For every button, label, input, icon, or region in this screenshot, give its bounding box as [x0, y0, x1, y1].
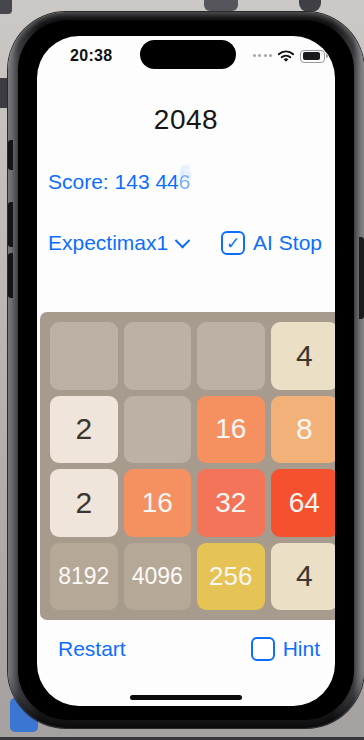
ai-stop-control[interactable]: ✓ AI Stop [221, 231, 322, 255]
board-cell-r3c2: 256 [197, 543, 265, 611]
board-cell-r0c1 [124, 322, 192, 390]
background-artifact [299, 0, 321, 12]
score-text: Score: 143 4466 [48, 170, 190, 194]
board-cell-r2c2: 32 [197, 469, 265, 537]
hint-label[interactable]: Hint [283, 637, 320, 661]
page-title: 2048 [37, 104, 335, 136]
ai-algorithm-select[interactable]: Expectimax1 [48, 231, 188, 255]
volume-down-button [8, 253, 13, 298]
board-cell-r2c0: 2 [50, 469, 118, 537]
status-bar-time: 20:38 [70, 47, 112, 65]
iphone-bezel: 20:38 2048 Score: 143 4466 Expectimax1 [18, 20, 354, 720]
score-prefix: Score: 143 44 [48, 170, 179, 193]
battery-icon [300, 50, 325, 63]
hint-control[interactable]: Hint [251, 637, 320, 661]
board-cell-r2c3: 64 [271, 469, 336, 537]
background-artifact [0, 0, 12, 14]
board-cell-r1c2: 16 [197, 396, 265, 464]
hint-checkbox[interactable] [251, 637, 275, 661]
board-cell-r3c0: 8192 [50, 543, 118, 611]
checkmark-icon: ✓ [226, 235, 240, 252]
board-cell-r1c3: 8 [271, 396, 336, 464]
ai-stop-checkbox[interactable]: ✓ [221, 231, 245, 255]
board-cell-r3c3: 4 [271, 543, 336, 611]
page-background: 20:38 2048 Score: 143 4466 Expectimax1 [0, 0, 364, 740]
score-rolling-digit: 66 [179, 170, 191, 194]
home-indicator[interactable] [130, 695, 242, 700]
background-artifact [204, 0, 238, 11]
power-button [359, 237, 364, 319]
cellular-signal-icon [253, 54, 273, 59]
ai-stop-label[interactable]: AI Stop [253, 231, 322, 255]
board-cell-r0c3: 4 [271, 322, 336, 390]
board-cell-r3c1: 4096 [124, 543, 192, 611]
wifi-icon [277, 49, 295, 63]
dynamic-island [140, 40, 236, 69]
board-cell-r0c2 [197, 322, 265, 390]
ai-controls-row: Expectimax1 ✓ AI Stop [48, 231, 322, 255]
bottom-controls-row: Restart Hint [58, 637, 320, 661]
volume-up-button [8, 202, 13, 247]
chevron-down-icon [175, 232, 191, 248]
game-board[interactable]: 4 2 16 8 2 16 32 64 8192 4096 256 4 [40, 312, 335, 620]
status-bar-icons [253, 49, 326, 63]
board-cell-r1c1 [124, 396, 192, 464]
board-cell-r2c1: 16 [124, 469, 192, 537]
board-cell-r1c0: 2 [50, 396, 118, 464]
ai-algorithm-value: Expectimax1 [48, 231, 168, 255]
iphone-frame: 20:38 2048 Score: 143 4466 Expectimax1 [8, 12, 364, 728]
restart-button[interactable]: Restart [58, 637, 126, 661]
board-cell-r0c0 [50, 322, 118, 390]
iphone-screen: 20:38 2048 Score: 143 4466 Expectimax1 [37, 36, 335, 706]
mute-switch [8, 140, 13, 170]
